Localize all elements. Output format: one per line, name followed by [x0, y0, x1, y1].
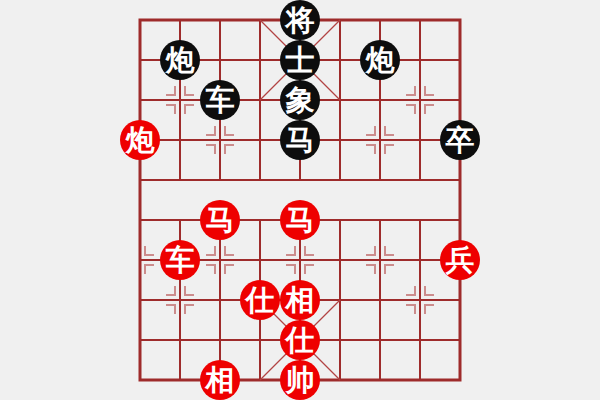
xiangqi-board: 将炮士炮车象马卒炮马马车兵仕相仕相帅: [0, 0, 600, 400]
red-horse-left[interactable]: 马: [200, 200, 240, 240]
black-elephant[interactable]: 象: [280, 80, 320, 120]
black-advisor[interactable]: 士: [280, 40, 320, 80]
red-cannon[interactable]: 炮: [120, 120, 160, 160]
red-soldier[interactable]: 兵: [440, 240, 480, 280]
black-cannon-left[interactable]: 炮: [160, 40, 200, 80]
black-soldier[interactable]: 卒: [440, 120, 480, 160]
red-advisor-left[interactable]: 仕: [240, 280, 280, 320]
black-cannon-right[interactable]: 炮: [360, 40, 400, 80]
red-advisor-center[interactable]: 仕: [280, 320, 320, 360]
red-elephant-back[interactable]: 相: [200, 360, 240, 400]
red-elephant-center[interactable]: 相: [280, 280, 320, 320]
black-horse[interactable]: 马: [280, 120, 320, 160]
red-general[interactable]: 帅: [280, 360, 320, 400]
red-horse-right[interactable]: 马: [280, 200, 320, 240]
black-chariot[interactable]: 车: [200, 80, 240, 120]
red-chariot[interactable]: 车: [160, 240, 200, 280]
black-general[interactable]: 将: [280, 0, 320, 40]
